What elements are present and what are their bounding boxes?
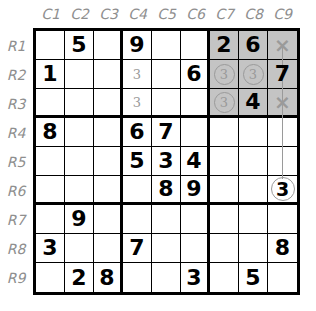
cell-r6c6[interactable]: 9 xyxy=(181,176,210,205)
cell-r6c7[interactable] xyxy=(210,176,239,205)
cell-r8c6[interactable] xyxy=(181,234,210,263)
given-digit: 4 xyxy=(186,150,201,172)
given-digit: 5 xyxy=(71,34,86,56)
given-digit: 8 xyxy=(42,121,57,143)
cell-r2c2[interactable] xyxy=(65,60,94,89)
cell-r5c6[interactable]: 4 xyxy=(181,147,210,176)
cell-r9c8[interactable]: 5 xyxy=(239,263,268,292)
cell-r8c5[interactable] xyxy=(152,234,181,263)
cell-r2c3[interactable] xyxy=(94,60,123,89)
cell-r8c8[interactable] xyxy=(239,234,268,263)
cell-r5c8[interactable] xyxy=(239,147,268,176)
cell-r9c7[interactable] xyxy=(210,263,239,292)
cell-r1c9[interactable]: × xyxy=(268,31,297,60)
cell-r4c5[interactable]: 7 xyxy=(152,118,181,147)
cell-r3c4[interactable]: 3 xyxy=(123,89,152,118)
cell-r1c4[interactable]: 9 xyxy=(123,31,152,60)
cell-r4c2[interactable] xyxy=(65,118,94,147)
cell-r6c3[interactable] xyxy=(94,176,123,205)
elimination-x-icon: × xyxy=(274,92,291,112)
cell-r8c1[interactable]: 3 xyxy=(36,234,65,263)
col-label-c7: C7 xyxy=(215,6,234,22)
cell-r7c6[interactable] xyxy=(181,205,210,234)
cell-r2c9[interactable]: 7 xyxy=(268,60,297,89)
given-digit: 2 xyxy=(71,267,86,289)
col-label-c3: C3 xyxy=(99,6,118,22)
given-digit: 6 xyxy=(245,34,260,56)
sudoku-board: 5926×136337334×86753489393782835 xyxy=(33,28,300,295)
cell-r1c5[interactable] xyxy=(152,31,181,60)
cell-r7c1[interactable] xyxy=(36,205,65,234)
col-label-c2: C2 xyxy=(70,6,89,22)
circled-candidate: 3 xyxy=(214,64,235,85)
cell-r5c3[interactable] xyxy=(94,147,123,176)
col-label-c1: C1 xyxy=(41,6,60,22)
given-digit: 4 xyxy=(245,91,260,113)
cell-r7c2[interactable]: 9 xyxy=(65,205,94,234)
cell-r5c5[interactable]: 3 xyxy=(152,147,181,176)
cell-r3c3[interactable] xyxy=(94,89,123,118)
given-digit: 5 xyxy=(245,267,260,289)
cell-r2c5[interactable] xyxy=(152,60,181,89)
cell-r5c4[interactable]: 5 xyxy=(123,147,152,176)
cell-r1c8[interactable]: 6 xyxy=(239,31,268,60)
cell-r1c7[interactable]: 2 xyxy=(210,31,239,60)
cell-r9c3[interactable]: 8 xyxy=(94,263,123,292)
cell-r9c9[interactable] xyxy=(268,263,297,292)
given-digit: 8 xyxy=(275,237,290,259)
cell-r9c1[interactable] xyxy=(36,263,65,292)
col-label-c8: C8 xyxy=(244,6,263,22)
row-label-r5: R5 xyxy=(7,154,26,170)
cell-r1c3[interactable] xyxy=(94,31,123,60)
given-digit: 9 xyxy=(186,178,201,200)
given-digit: 3 xyxy=(186,267,201,289)
given-digit: 5 xyxy=(129,150,144,172)
cell-r8c4[interactable]: 7 xyxy=(123,234,152,263)
cell-r8c7[interactable] xyxy=(210,234,239,263)
given-digit: 6 xyxy=(129,121,144,143)
cell-r3c6[interactable] xyxy=(181,89,210,118)
row-label-r9: R9 xyxy=(7,270,26,286)
elimination-x-icon: × xyxy=(274,35,291,55)
cell-r5c2[interactable] xyxy=(65,147,94,176)
cell-r3c7[interactable]: 3 xyxy=(210,89,239,118)
cell-r3c9[interactable]: × xyxy=(268,89,297,118)
row-label-r8: R8 xyxy=(7,241,26,257)
row-label-r1: R1 xyxy=(7,38,26,54)
given-digit: 8 xyxy=(158,178,173,200)
circled-candidate: 3 xyxy=(243,64,264,85)
cell-r1c2[interactable]: 5 xyxy=(65,31,94,60)
cell-r1c1[interactable] xyxy=(36,31,65,60)
cell-r9c2[interactable]: 2 xyxy=(65,263,94,292)
cell-r8c9[interactable]: 8 xyxy=(268,234,297,263)
cell-r9c4[interactable] xyxy=(123,263,152,292)
cell-r4c1[interactable]: 8 xyxy=(36,118,65,147)
cell-r2c6[interactable]: 6 xyxy=(181,60,210,89)
cell-r9c6[interactable]: 3 xyxy=(181,263,210,292)
cell-r2c7[interactable]: 3 xyxy=(210,60,239,89)
cell-r4c4[interactable]: 6 xyxy=(123,118,152,147)
cell-r7c3[interactable] xyxy=(94,205,123,234)
row-label-r4: R4 xyxy=(7,125,26,141)
circled-candidate: 3 xyxy=(214,92,235,113)
cell-r3c1[interactable] xyxy=(36,89,65,118)
cell-r6c2[interactable] xyxy=(65,176,94,205)
cell-r4c8[interactable] xyxy=(239,118,268,147)
col-label-c4: C4 xyxy=(128,6,147,22)
row-label-r2: R2 xyxy=(7,67,26,83)
cell-r7c4[interactable] xyxy=(123,205,152,234)
given-digit: 8 xyxy=(99,267,114,289)
cell-r6c5[interactable]: 8 xyxy=(152,176,181,205)
given-digit: 3 xyxy=(276,180,289,199)
pencil-mark: 3 xyxy=(133,96,141,109)
row-label-r6: R6 xyxy=(7,183,26,199)
given-digit: 2 xyxy=(216,34,231,56)
cell-r3c5[interactable] xyxy=(152,89,181,118)
cell-r7c9[interactable] xyxy=(268,205,297,234)
cell-r7c7[interactable] xyxy=(210,205,239,234)
given-digit: 9 xyxy=(129,34,144,56)
cell-r9c5[interactable] xyxy=(152,263,181,292)
given-digit: 1 xyxy=(42,63,57,85)
sudoku-diagram: 5926×136337334×86753489393782835 C1C2C3C… xyxy=(0,0,316,311)
cell-r4c7[interactable] xyxy=(210,118,239,147)
cell-r4c3[interactable] xyxy=(94,118,123,147)
given-digit: 3 xyxy=(42,237,57,259)
cell-r2c8[interactable]: 3 xyxy=(239,60,268,89)
digit-circle: 3 xyxy=(271,177,295,201)
cell-r3c8[interactable]: 4 xyxy=(239,89,268,118)
cell-r6c8[interactable] xyxy=(239,176,268,205)
col-label-c6: C6 xyxy=(186,6,205,22)
cell-r8c3[interactable] xyxy=(94,234,123,263)
cell-r7c5[interactable] xyxy=(152,205,181,234)
given-digit: 7 xyxy=(275,63,290,85)
col-label-c9: C9 xyxy=(273,6,292,22)
given-digit: 3 xyxy=(158,150,173,172)
cell-r3c2[interactable] xyxy=(65,89,94,118)
col-label-c5: C5 xyxy=(157,6,176,22)
row-label-r3: R3 xyxy=(7,96,26,112)
cell-r7c8[interactable] xyxy=(239,205,268,234)
cell-r2c4[interactable]: 3 xyxy=(123,60,152,89)
given-digit: 7 xyxy=(158,121,173,143)
cell-r8c2[interactable] xyxy=(65,234,94,263)
cell-r1c6[interactable] xyxy=(181,31,210,60)
given-digit: 9 xyxy=(71,208,86,230)
given-digit: 7 xyxy=(129,237,144,259)
cell-r6c1[interactable] xyxy=(36,176,65,205)
cell-r4c6[interactable] xyxy=(181,118,210,147)
cell-r5c1[interactable] xyxy=(36,147,65,176)
pencil-mark: 3 xyxy=(133,68,141,81)
cell-r6c4[interactable] xyxy=(123,176,152,205)
cell-r6c9[interactable]: 3 xyxy=(268,176,297,205)
given-digit: 6 xyxy=(186,63,201,85)
row-label-r7: R7 xyxy=(7,212,26,228)
cell-r5c7[interactable] xyxy=(210,147,239,176)
cell-r2c1[interactable]: 1 xyxy=(36,60,65,89)
